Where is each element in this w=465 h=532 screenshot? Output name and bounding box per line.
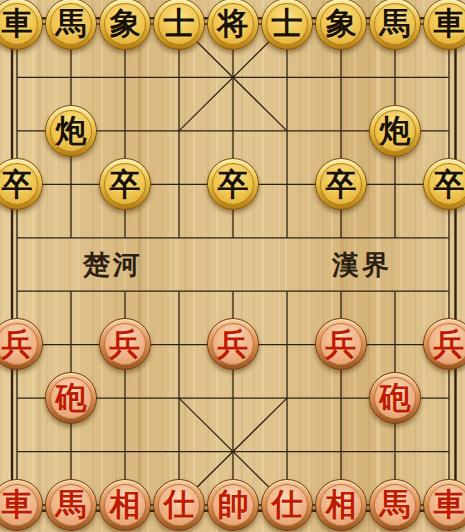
piece-black-cannon[interactable]: 炮 [45,105,97,157]
piece-glyph: 兵 [326,329,357,360]
piece-glyph: 相 [110,489,141,520]
piece-glyph: 象 [326,8,357,39]
piece-red-horse[interactable]: 馬 [45,479,97,531]
piece-glyph: 士 [164,8,195,39]
piece-glyph: 兵 [2,329,33,360]
piece-glyph: 卒 [110,169,141,200]
piece-glyph: 炮 [56,115,87,146]
piece-red-elephant[interactable]: 相 [315,479,367,531]
piece-black-soldier[interactable]: 卒 [423,158,465,210]
piece-glyph: 兵 [434,329,465,360]
piece-black-elephant[interactable]: 象 [99,0,151,50]
piece-glyph: 炮 [380,115,411,146]
piece-glyph: 士 [272,8,303,39]
piece-glyph: 馬 [380,8,411,39]
piece-black-advisor[interactable]: 士 [261,0,313,50]
piece-red-advisor[interactable]: 仕 [261,479,313,531]
piece-black-chariot[interactable]: 車 [0,0,43,50]
piece-glyph: 砲 [380,382,411,413]
piece-black-cannon[interactable]: 炮 [369,105,421,157]
piece-red-horse[interactable]: 馬 [369,479,421,531]
piece-red-general[interactable]: 帥 [207,479,259,531]
piece-glyph: 卒 [218,169,249,200]
piece-glyph: 卒 [2,169,33,200]
piece-red-soldier[interactable]: 兵 [315,318,367,370]
piece-black-soldier[interactable]: 卒 [207,158,259,210]
pieces-layer: 車馬象士将士象馬車炮炮卒卒卒卒卒兵兵兵兵兵砲砲車馬相仕帥仕相馬車 [0,0,465,531]
xiangqi-board: 楚河 漢界 車馬象士将士象馬車炮炮卒卒卒卒卒兵兵兵兵兵砲砲車馬相仕帥仕相馬車 [0,0,465,532]
piece-glyph: 兵 [110,329,141,360]
piece-glyph: 馬 [380,489,411,520]
piece-glyph: 将 [218,8,249,39]
piece-red-soldier[interactable]: 兵 [99,318,151,370]
piece-glyph: 馬 [56,489,87,520]
piece-glyph: 車 [2,489,33,520]
piece-glyph: 帥 [218,489,249,520]
piece-glyph: 馬 [56,8,87,39]
piece-glyph: 車 [434,489,465,520]
piece-black-soldier[interactable]: 卒 [99,158,151,210]
piece-glyph: 仕 [272,489,303,520]
piece-black-chariot[interactable]: 車 [423,0,465,50]
piece-glyph: 仕 [164,489,195,520]
piece-black-elephant[interactable]: 象 [315,0,367,50]
piece-black-soldier[interactable]: 卒 [0,158,43,210]
piece-glyph: 車 [2,8,33,39]
piece-glyph: 卒 [434,169,465,200]
piece-red-chariot[interactable]: 車 [0,479,43,531]
piece-black-horse[interactable]: 馬 [45,0,97,50]
piece-glyph: 兵 [218,329,249,360]
piece-red-advisor[interactable]: 仕 [153,479,205,531]
piece-black-horse[interactable]: 馬 [369,0,421,50]
piece-red-cannon[interactable]: 砲 [45,372,97,424]
piece-black-soldier[interactable]: 卒 [315,158,367,210]
piece-red-soldier[interactable]: 兵 [0,318,43,370]
piece-glyph: 象 [110,8,141,39]
piece-black-advisor[interactable]: 士 [153,0,205,50]
piece-glyph: 砲 [56,382,87,413]
piece-red-soldier[interactable]: 兵 [423,318,465,370]
piece-glyph: 車 [434,8,465,39]
piece-red-elephant[interactable]: 相 [99,479,151,531]
piece-glyph: 卒 [326,169,357,200]
piece-glyph: 相 [326,489,357,520]
piece-red-cannon[interactable]: 砲 [369,372,421,424]
piece-red-chariot[interactable]: 車 [423,479,465,531]
piece-red-soldier[interactable]: 兵 [207,318,259,370]
piece-black-general[interactable]: 将 [207,0,259,50]
